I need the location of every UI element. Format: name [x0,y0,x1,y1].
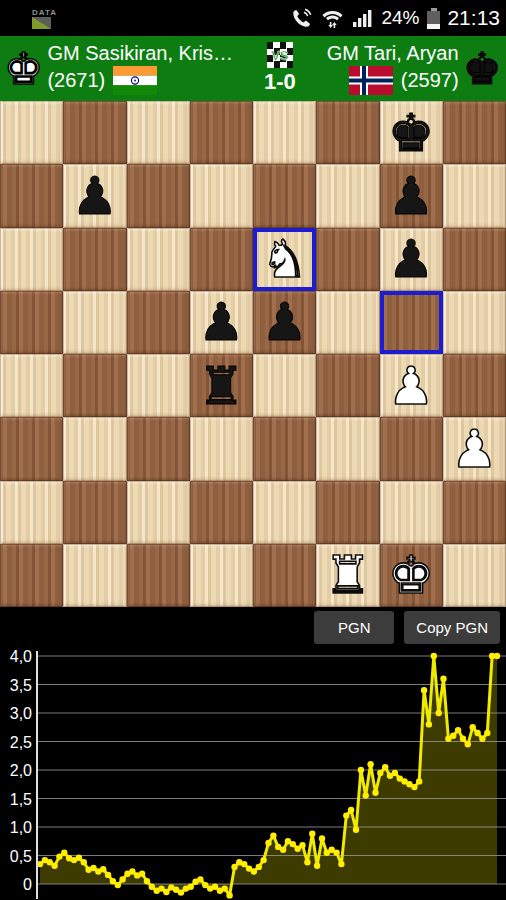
square-g4[interactable]: ♟ [380,354,443,417]
square-d7[interactable] [190,164,253,227]
square-a1[interactable] [0,544,63,607]
square-e2[interactable] [253,481,316,544]
white-player-info: GM Sasikiran, Kris… (2671) [47,42,233,95]
square-f7[interactable] [316,164,379,227]
chess-board: ♚♟♟♞♟♟♟♜♟♟♜♚ [0,101,506,607]
square-e6[interactable]: ♞ [253,228,316,291]
square-c8[interactable] [127,101,190,164]
square-c1[interactable] [127,544,190,607]
white-player-name: GM Sasikiran, Kris… [47,42,233,64]
evaluation-chart-area: 4,03,53,02,52,01,51,00,50 [0,648,506,900]
wifi-icon [320,6,345,30]
square-d3[interactable] [190,417,253,480]
square-h5[interactable] [443,291,506,354]
svg-text:1,5: 1,5 [10,791,32,808]
square-h2[interactable] [443,481,506,544]
square-g5[interactable] [380,291,443,354]
black-player-info: GM Tari, Aryan (2597) [327,42,459,95]
phone-signal-icon [290,7,313,30]
india-flag-icon [113,66,157,95]
square-e1[interactable] [253,544,316,607]
cell-signal-icon [352,7,374,29]
square-b8[interactable] [63,101,126,164]
black-pawn: ♟ [198,296,245,348]
black-pawn: ♟ [72,170,119,222]
black-pawn: ♟ [388,233,435,285]
square-e3[interactable] [253,417,316,480]
square-h8[interactable] [443,101,506,164]
copy-pgn-button[interactable]: Copy PGN [404,611,500,644]
action-bar: PGN Copy PGN [0,607,506,648]
square-g3[interactable] [380,417,443,480]
square-d5[interactable]: ♟ [190,291,253,354]
square-d2[interactable] [190,481,253,544]
game-result: 1-0 [264,69,296,95]
square-e8[interactable] [253,101,316,164]
data-usage-label: DATA [32,8,57,17]
white-rook: ♜ [325,549,372,601]
square-e7[interactable] [253,164,316,227]
svg-text:2,5: 2,5 [10,734,32,751]
square-b5[interactable] [63,291,126,354]
svg-text:3,0: 3,0 [10,705,32,722]
square-c4[interactable] [127,354,190,417]
square-a2[interactable] [0,481,63,544]
svg-text:2,0: 2,0 [10,762,32,779]
square-d1[interactable] [190,544,253,607]
square-f4[interactable] [316,354,379,417]
square-b4[interactable] [63,354,126,417]
square-h4[interactable] [443,354,506,417]
app-screen: DATA 24% [0,0,506,900]
norway-flag-icon [349,66,393,95]
evaluation-chart: 4,03,53,02,52,01,51,00,50 [0,648,506,900]
black-king-icon: ♚ [463,39,502,99]
square-b2[interactable] [63,481,126,544]
square-f6[interactable] [316,228,379,291]
square-a5[interactable] [0,291,63,354]
game-header: ♚ GM Sasikiran, Kris… (2671) VS 1-0 GM T [0,36,506,101]
battery-percent: 24% [381,7,419,29]
black-player-rating: (2597) [401,69,459,92]
square-a4[interactable] [0,354,63,417]
square-h7[interactable] [443,164,506,227]
white-king: ♚ [388,549,435,601]
black-player-name: GM Tari, Aryan [327,42,459,64]
battery-icon [427,8,440,29]
square-g8[interactable]: ♚ [380,101,443,164]
square-b1[interactable] [63,544,126,607]
square-h6[interactable] [443,228,506,291]
square-a8[interactable] [0,101,63,164]
square-f2[interactable] [316,481,379,544]
square-g7[interactable]: ♟ [380,164,443,227]
data-usage-indicator: DATA [32,8,57,29]
square-b3[interactable] [63,417,126,480]
square-b7[interactable]: ♟ [63,164,126,227]
square-b6[interactable] [63,228,126,291]
data-usage-icon [32,17,51,29]
svg-text:0: 0 [23,876,32,893]
white-king-icon: ♚ [4,39,43,99]
square-a6[interactable] [0,228,63,291]
status-bar: DATA 24% [0,0,506,36]
svg-text:3,5: 3,5 [10,677,32,694]
white-player-rating: (2671) [47,69,105,92]
black-pawn: ♟ [261,296,308,348]
clock: 21:13 [447,6,500,30]
white-pawn: ♟ [388,360,435,412]
svg-text:0,5: 0,5 [10,848,32,865]
square-g2[interactable] [380,481,443,544]
square-e4[interactable] [253,354,316,417]
white-pawn: ♟ [451,423,498,475]
square-f3[interactable] [316,417,379,480]
square-f5[interactable] [316,291,379,354]
square-g1[interactable]: ♚ [380,544,443,607]
square-d8[interactable] [190,101,253,164]
square-e5[interactable]: ♟ [253,291,316,354]
black-rook: ♜ [198,360,245,412]
black-pawn: ♟ [388,170,435,222]
svg-text:4,0: 4,0 [10,648,32,665]
square-h1[interactable] [443,544,506,607]
square-a7[interactable] [0,164,63,227]
black-king: ♚ [388,107,435,159]
square-f8[interactable] [316,101,379,164]
square-f1[interactable]: ♜ [316,544,379,607]
square-d4[interactable]: ♜ [190,354,253,417]
pgn-button[interactable]: PGN [314,611,394,644]
vs-icon: VS [267,42,293,68]
square-c3[interactable] [127,417,190,480]
square-c6[interactable] [127,228,190,291]
square-h3[interactable]: ♟ [443,417,506,480]
match-center: VS 1-0 [237,42,323,95]
square-g6[interactable]: ♟ [380,228,443,291]
square-c7[interactable] [127,164,190,227]
square-a3[interactable] [0,417,63,480]
square-c2[interactable] [127,481,190,544]
white-knight: ♞ [261,233,308,285]
square-c5[interactable] [127,291,190,354]
square-d6[interactable] [190,228,253,291]
svg-text:1,0: 1,0 [10,819,32,836]
